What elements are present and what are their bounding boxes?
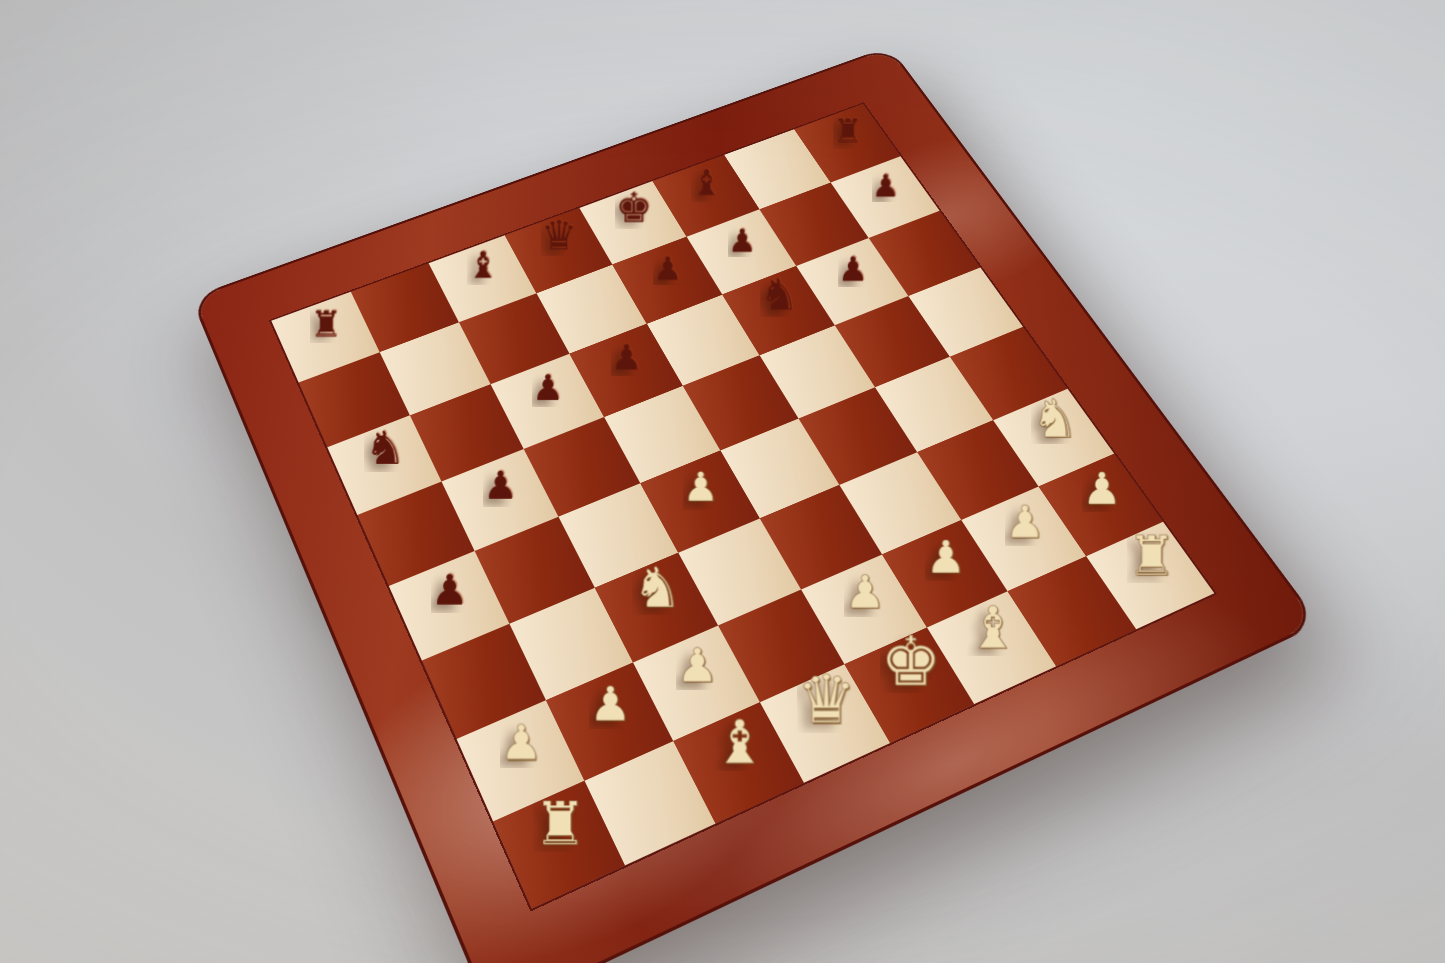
piece-black-pawn: ♟ — [483, 467, 518, 506]
piece-white-pawn: ♟ — [844, 570, 885, 616]
piece-white-pawn: ♟ — [499, 720, 542, 768]
piece-black-bishop: ♝ — [690, 166, 722, 201]
piece-white-queen: ♛ — [796, 667, 856, 734]
piece-black-pawn: ♟ — [430, 570, 468, 612]
piece-black-rook: ♜ — [833, 115, 863, 148]
piece-white-king: ♚ — [880, 627, 941, 695]
piece-white-bishop: ♝ — [712, 712, 766, 772]
board-border: ♜♝♛♚♝♜♟♟♟♞♟♟♞♟♟♟♟♞♞♟♟♟♟♟♟♟♜♝♛♚♝♜ — [194, 49, 1315, 963]
piece-black-pawn: ♟ — [727, 225, 756, 257]
piece-white-rook: ♜ — [1127, 529, 1176, 584]
piece-white-pawn: ♟ — [925, 535, 966, 580]
piece-black-king: ♚ — [615, 188, 652, 229]
square-c1: ♝ — [673, 702, 804, 823]
piece-white-pawn: ♟ — [676, 643, 718, 690]
square-g1 — [1007, 556, 1136, 666]
piece-black-queen: ♛ — [541, 216, 577, 256]
piece-white-pawn: ♟ — [1004, 501, 1044, 546]
piece-black-pawn: ♟ — [871, 170, 899, 201]
piece-black-bishop: ♝ — [466, 248, 499, 284]
piece-white-pawn: ♟ — [1082, 467, 1122, 511]
chess-board: ♜♝♛♚♝♜♟♟♟♞♟♟♞♟♟♟♟♞♞♟♟♟♟♟♟♟♜♝♛♚♝♜ — [194, 49, 1315, 963]
piece-black-pawn: ♟ — [653, 253, 682, 285]
piece-white-pawn: ♟ — [682, 467, 718, 508]
square-b4 — [474, 517, 594, 624]
piece-black-pawn: ♟ — [837, 253, 867, 287]
piece-white-rook: ♜ — [533, 794, 586, 854]
piece-black-pawn: ♟ — [531, 371, 563, 406]
piece-white-pawn: ♟ — [589, 681, 632, 729]
piece-white-knight: ♞ — [1031, 393, 1078, 446]
photo-scene: ♜♝♛♚♝♜♟♟♟♞♟♟♞♟♟♟♟♞♞♟♟♟♟♟♟♟♜♝♛♚♝♜ — [0, 0, 1445, 963]
piece-white-knight: ♞ — [632, 560, 682, 616]
piece-black-knight: ♞ — [364, 426, 405, 472]
piece-black-rook: ♜ — [309, 307, 341, 343]
piece-black-knight: ♞ — [759, 273, 798, 317]
piece-white-bishop: ♝ — [966, 598, 1018, 656]
piece-black-pawn: ♟ — [610, 340, 641, 375]
